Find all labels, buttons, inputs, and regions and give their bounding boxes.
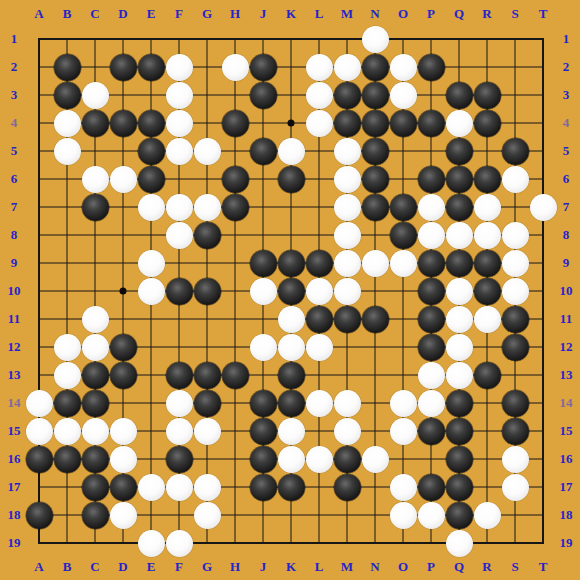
row-label-left-13[interactable]: 13 [8,367,21,383]
intersection-Q6[interactable] [445,165,473,193]
intersection-M17[interactable] [333,473,361,501]
intersection-N13[interactable] [361,361,389,389]
col-label-bottom-D[interactable]: D [118,559,127,575]
intersection-T12[interactable] [529,333,557,361]
intersection-L10[interactable] [305,277,333,305]
row-label-right-16[interactable]: 16 [560,451,573,467]
intersection-K6[interactable] [277,165,305,193]
col-label-top-F[interactable]: F [175,6,183,22]
intersection-E16[interactable] [137,445,165,473]
intersection-B19[interactable] [53,529,81,557]
row-label-left-12[interactable]: 12 [8,339,21,355]
row-label-right-6[interactable]: 6 [563,171,570,187]
intersection-E1[interactable] [137,25,165,53]
row-label-right-19[interactable]: 19 [560,535,573,551]
row-label-left-7[interactable]: 7 [11,199,18,215]
intersection-Q19[interactable] [445,529,473,557]
intersection-P6[interactable] [417,165,445,193]
row-label-right-3[interactable]: 3 [563,87,570,103]
intersection-J5[interactable] [249,137,277,165]
intersection-R15[interactable] [473,417,501,445]
intersection-K11[interactable] [277,305,305,333]
intersection-G3[interactable] [193,81,221,109]
intersection-N6[interactable] [361,165,389,193]
intersection-D12[interactable] [109,333,137,361]
intersection-D5[interactable] [109,137,137,165]
intersection-L4[interactable] [305,109,333,137]
intersection-S6[interactable] [501,165,529,193]
intersection-P15[interactable] [417,417,445,445]
intersection-L11[interactable] [305,305,333,333]
intersection-Q9[interactable] [445,249,473,277]
intersection-K5[interactable] [277,137,305,165]
intersection-L2[interactable] [305,53,333,81]
intersection-E3[interactable] [137,81,165,109]
intersection-H5[interactable] [221,137,249,165]
intersection-R5[interactable] [473,137,501,165]
intersection-R7[interactable] [473,193,501,221]
col-label-bottom-P[interactable]: P [427,559,435,575]
intersection-G13[interactable] [193,361,221,389]
intersection-A10[interactable] [25,277,53,305]
intersection-T11[interactable] [529,305,557,333]
intersection-G16[interactable] [193,445,221,473]
intersection-M7[interactable] [333,193,361,221]
row-label-right-13[interactable]: 13 [560,367,573,383]
col-label-bottom-R[interactable]: R [482,559,491,575]
intersection-M9[interactable] [333,249,361,277]
intersection-T4[interactable] [529,109,557,137]
intersection-F5[interactable] [165,137,193,165]
intersection-J17[interactable] [249,473,277,501]
intersection-T1[interactable] [529,25,557,53]
intersection-S10[interactable] [501,277,529,305]
intersection-Q12[interactable] [445,333,473,361]
row-label-left-1[interactable]: 1 [11,31,18,47]
intersection-K10[interactable] [277,277,305,305]
intersection-C2[interactable] [81,53,109,81]
col-label-bottom-F[interactable]: F [175,559,183,575]
row-label-right-7[interactable]: 7 [563,199,570,215]
intersection-M10[interactable] [333,277,361,305]
intersection-B18[interactable] [53,501,81,529]
intersection-P11[interactable] [417,305,445,333]
intersection-H8[interactable] [221,221,249,249]
intersection-Q11[interactable] [445,305,473,333]
intersection-O9[interactable] [389,249,417,277]
intersection-Q2[interactable] [445,53,473,81]
row-label-left-17[interactable]: 17 [8,479,21,495]
intersection-A3[interactable] [25,81,53,109]
intersection-A13[interactable] [25,361,53,389]
intersection-C6[interactable] [81,165,109,193]
intersection-J13[interactable] [249,361,277,389]
row-label-right-8[interactable]: 8 [563,227,570,243]
intersection-G10[interactable] [193,277,221,305]
intersection-M3[interactable] [333,81,361,109]
intersection-G12[interactable] [193,333,221,361]
intersection-E17[interactable] [137,473,165,501]
col-label-top-S[interactable]: S [511,6,518,22]
intersection-M11[interactable] [333,305,361,333]
intersection-L7[interactable] [305,193,333,221]
intersection-M19[interactable] [333,529,361,557]
intersection-F11[interactable] [165,305,193,333]
intersection-K9[interactable] [277,249,305,277]
intersection-F2[interactable] [165,53,193,81]
row-label-right-9[interactable]: 9 [563,255,570,271]
intersection-Q8[interactable] [445,221,473,249]
intersection-B11[interactable] [53,305,81,333]
row-label-left-3[interactable]: 3 [11,87,18,103]
intersection-E9[interactable] [137,249,165,277]
intersection-S18[interactable] [501,501,529,529]
intersection-R19[interactable] [473,529,501,557]
intersection-K13[interactable] [277,361,305,389]
intersection-S19[interactable] [501,529,529,557]
col-label-bottom-S[interactable]: S [511,559,518,575]
intersection-P17[interactable] [417,473,445,501]
intersection-O3[interactable] [389,81,417,109]
intersection-B14[interactable] [53,389,81,417]
row-label-left-18[interactable]: 18 [8,507,21,523]
intersection-S14[interactable] [501,389,529,417]
intersection-P12[interactable] [417,333,445,361]
col-label-top-G[interactable]: G [202,6,212,22]
intersection-G9[interactable] [193,249,221,277]
intersection-S17[interactable] [501,473,529,501]
col-label-bottom-E[interactable]: E [147,559,156,575]
intersection-E7[interactable] [137,193,165,221]
intersection-K17[interactable] [277,473,305,501]
intersection-F17[interactable] [165,473,193,501]
intersection-E13[interactable] [137,361,165,389]
intersection-C3[interactable] [81,81,109,109]
intersection-E12[interactable] [137,333,165,361]
intersection-G7[interactable] [193,193,221,221]
intersection-P3[interactable] [417,81,445,109]
intersection-J9[interactable] [249,249,277,277]
intersection-J4[interactable] [249,109,277,137]
intersection-Q7[interactable] [445,193,473,221]
intersection-K15[interactable] [277,417,305,445]
row-label-left-2[interactable]: 2 [11,59,18,75]
intersection-O16[interactable] [389,445,417,473]
intersection-M6[interactable] [333,165,361,193]
intersection-S15[interactable] [501,417,529,445]
intersection-R17[interactable] [473,473,501,501]
intersection-G19[interactable] [193,529,221,557]
intersection-F3[interactable] [165,81,193,109]
intersection-O14[interactable] [389,389,417,417]
intersection-B10[interactable] [53,277,81,305]
intersection-C4[interactable] [81,109,109,137]
intersection-S12[interactable] [501,333,529,361]
intersection-B12[interactable] [53,333,81,361]
intersection-B8[interactable] [53,221,81,249]
intersection-S9[interactable] [501,249,529,277]
intersection-Q1[interactable] [445,25,473,53]
intersection-D7[interactable] [109,193,137,221]
intersection-S7[interactable] [501,193,529,221]
intersection-C15[interactable] [81,417,109,445]
col-label-top-P[interactable]: P [427,6,435,22]
intersection-R1[interactable] [473,25,501,53]
intersection-J7[interactable] [249,193,277,221]
intersection-H15[interactable] [221,417,249,445]
intersection-L14[interactable] [305,389,333,417]
intersection-E11[interactable] [137,305,165,333]
col-label-bottom-H[interactable]: H [230,559,240,575]
row-label-right-12[interactable]: 12 [560,339,573,355]
intersection-P13[interactable] [417,361,445,389]
intersection-E4[interactable] [137,109,165,137]
col-label-bottom-L[interactable]: L [315,559,324,575]
intersection-G14[interactable] [193,389,221,417]
col-label-bottom-K[interactable]: K [286,559,296,575]
intersection-L15[interactable] [305,417,333,445]
intersection-O5[interactable] [389,137,417,165]
intersection-H17[interactable] [221,473,249,501]
row-label-right-18[interactable]: 18 [560,507,573,523]
intersection-H9[interactable] [221,249,249,277]
col-label-bottom-N[interactable]: N [370,559,379,575]
intersection-F6[interactable] [165,165,193,193]
intersection-E15[interactable] [137,417,165,445]
intersection-Q4[interactable] [445,109,473,137]
intersection-G1[interactable] [193,25,221,53]
intersection-D1[interactable] [109,25,137,53]
intersection-D3[interactable] [109,81,137,109]
intersection-T18[interactable] [529,501,557,529]
intersection-N4[interactable] [361,109,389,137]
intersection-A17[interactable] [25,473,53,501]
intersection-O10[interactable] [389,277,417,305]
row-label-left-14[interactable]: 14 [8,395,21,411]
intersection-T19[interactable] [529,529,557,557]
intersection-N18[interactable] [361,501,389,529]
intersection-H12[interactable] [221,333,249,361]
intersection-C18[interactable] [81,501,109,529]
intersection-D18[interactable] [109,501,137,529]
intersection-R16[interactable] [473,445,501,473]
intersection-A16[interactable] [25,445,53,473]
intersection-H2[interactable] [221,53,249,81]
intersection-K2[interactable] [277,53,305,81]
intersection-N5[interactable] [361,137,389,165]
intersection-K4[interactable] [277,109,305,137]
col-label-top-R[interactable]: R [482,6,491,22]
intersection-P9[interactable] [417,249,445,277]
intersection-J14[interactable] [249,389,277,417]
intersection-R14[interactable] [473,389,501,417]
intersection-B16[interactable] [53,445,81,473]
intersection-T5[interactable] [529,137,557,165]
intersection-E10[interactable] [137,277,165,305]
col-label-bottom-B[interactable]: B [63,559,72,575]
intersection-B5[interactable] [53,137,81,165]
intersection-O8[interactable] [389,221,417,249]
intersection-O6[interactable] [389,165,417,193]
intersection-F18[interactable] [165,501,193,529]
intersection-M5[interactable] [333,137,361,165]
intersection-O7[interactable] [389,193,417,221]
intersection-H6[interactable] [221,165,249,193]
intersection-L18[interactable] [305,501,333,529]
row-label-right-5[interactable]: 5 [563,143,570,159]
intersection-K12[interactable] [277,333,305,361]
col-label-top-A[interactable]: A [34,6,43,22]
intersection-G15[interactable] [193,417,221,445]
intersection-S1[interactable] [501,25,529,53]
intersection-P7[interactable] [417,193,445,221]
intersection-J2[interactable] [249,53,277,81]
intersection-E6[interactable] [137,165,165,193]
intersection-J12[interactable] [249,333,277,361]
intersection-R2[interactable] [473,53,501,81]
row-label-left-4[interactable]: 4 [11,115,18,131]
intersection-D2[interactable] [109,53,137,81]
intersection-N12[interactable] [361,333,389,361]
intersection-A8[interactable] [25,221,53,249]
intersection-Q3[interactable] [445,81,473,109]
intersection-A9[interactable] [25,249,53,277]
intersection-D19[interactable] [109,529,137,557]
col-label-top-K[interactable]: K [286,6,296,22]
intersection-G8[interactable] [193,221,221,249]
intersection-R10[interactable] [473,277,501,305]
intersection-M12[interactable] [333,333,361,361]
col-label-bottom-O[interactable]: O [398,559,408,575]
intersection-L5[interactable] [305,137,333,165]
intersection-A6[interactable] [25,165,53,193]
intersection-R4[interactable] [473,109,501,137]
col-label-top-D[interactable]: D [118,6,127,22]
intersection-M15[interactable] [333,417,361,445]
intersection-N15[interactable] [361,417,389,445]
intersection-R9[interactable] [473,249,501,277]
intersection-N3[interactable] [361,81,389,109]
row-label-right-4[interactable]: 4 [563,115,570,131]
intersection-O19[interactable] [389,529,417,557]
col-label-top-H[interactable]: H [230,6,240,22]
intersection-T14[interactable] [529,389,557,417]
intersection-N9[interactable] [361,249,389,277]
intersection-S3[interactable] [501,81,529,109]
intersection-L16[interactable] [305,445,333,473]
intersection-L13[interactable] [305,361,333,389]
intersection-F16[interactable] [165,445,193,473]
intersection-J3[interactable] [249,81,277,109]
intersection-B9[interactable] [53,249,81,277]
intersection-E5[interactable] [137,137,165,165]
intersection-P4[interactable] [417,109,445,137]
intersection-M14[interactable] [333,389,361,417]
intersection-F1[interactable] [165,25,193,53]
intersection-J15[interactable] [249,417,277,445]
intersection-Q15[interactable] [445,417,473,445]
col-label-top-Q[interactable]: Q [454,6,464,22]
intersection-S5[interactable] [501,137,529,165]
intersection-M13[interactable] [333,361,361,389]
intersection-M18[interactable] [333,501,361,529]
intersection-L17[interactable] [305,473,333,501]
col-label-bottom-T[interactable]: T [539,559,548,575]
row-label-left-5[interactable]: 5 [11,143,18,159]
intersection-A7[interactable] [25,193,53,221]
col-label-top-J[interactable]: J [260,6,267,22]
intersection-O12[interactable] [389,333,417,361]
intersection-F4[interactable] [165,109,193,137]
intersection-K19[interactable] [277,529,305,557]
intersection-G11[interactable] [193,305,221,333]
intersection-P16[interactable] [417,445,445,473]
intersection-J6[interactable] [249,165,277,193]
intersection-H16[interactable] [221,445,249,473]
intersection-P1[interactable] [417,25,445,53]
intersection-H14[interactable] [221,389,249,417]
intersection-N17[interactable] [361,473,389,501]
row-label-right-10[interactable]: 10 [560,283,573,299]
intersection-N7[interactable] [361,193,389,221]
intersection-B17[interactable] [53,473,81,501]
row-label-right-17[interactable]: 17 [560,479,573,495]
intersection-R18[interactable] [473,501,501,529]
col-label-top-B[interactable]: B [63,6,72,22]
intersection-B7[interactable] [53,193,81,221]
col-label-bottom-J[interactable]: J [260,559,267,575]
row-label-right-14[interactable]: 14 [560,395,573,411]
intersection-L3[interactable] [305,81,333,109]
row-label-left-9[interactable]: 9 [11,255,18,271]
intersection-S8[interactable] [501,221,529,249]
intersection-N19[interactable] [361,529,389,557]
intersection-A4[interactable] [25,109,53,137]
intersection-E2[interactable] [137,53,165,81]
intersection-O1[interactable] [389,25,417,53]
intersection-S11[interactable] [501,305,529,333]
intersection-E8[interactable] [137,221,165,249]
intersection-T15[interactable] [529,417,557,445]
intersection-T3[interactable] [529,81,557,109]
intersection-M8[interactable] [333,221,361,249]
intersection-B6[interactable] [53,165,81,193]
intersection-A11[interactable] [25,305,53,333]
intersection-Q10[interactable] [445,277,473,305]
intersection-A5[interactable] [25,137,53,165]
intersection-K14[interactable] [277,389,305,417]
intersection-C11[interactable] [81,305,109,333]
col-label-top-L[interactable]: L [315,6,324,22]
intersection-S2[interactable] [501,53,529,81]
intersection-L19[interactable] [305,529,333,557]
intersection-E18[interactable] [137,501,165,529]
row-label-left-6[interactable]: 6 [11,171,18,187]
intersection-O18[interactable] [389,501,417,529]
intersection-A12[interactable] [25,333,53,361]
intersection-J10[interactable] [249,277,277,305]
intersection-H19[interactable] [221,529,249,557]
intersection-N2[interactable] [361,53,389,81]
intersection-G18[interactable] [193,501,221,529]
intersection-J8[interactable] [249,221,277,249]
intersection-G4[interactable] [193,109,221,137]
intersection-D9[interactable] [109,249,137,277]
col-label-top-M[interactable]: M [341,6,353,22]
intersection-B4[interactable] [53,109,81,137]
intersection-B15[interactable] [53,417,81,445]
intersection-H10[interactable] [221,277,249,305]
